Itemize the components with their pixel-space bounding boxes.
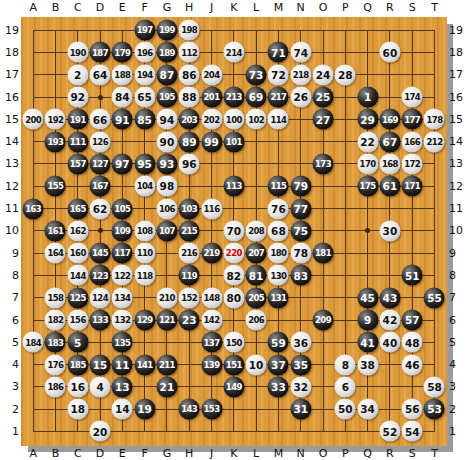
intersection-N14[interactable] (290, 130, 312, 152)
intersection-O10[interactable] (312, 220, 334, 242)
intersection-H12[interactable] (178, 175, 200, 197)
intersection-P7[interactable] (334, 287, 356, 309)
intersection-T15[interactable]: 178 (423, 108, 445, 130)
intersection-K6[interactable] (223, 309, 245, 331)
intersection-A2[interactable] (22, 398, 44, 420)
intersection-K3[interactable]: 149 (223, 376, 245, 398)
intersection-K18[interactable]: 214 (223, 41, 245, 63)
intersection-N2[interactable]: 31 (290, 398, 312, 420)
intersection-G6[interactable]: 121 (156, 309, 178, 331)
intersection-C2[interactable]: 18 (67, 398, 89, 420)
intersection-N1[interactable] (290, 420, 312, 442)
intersection-G18[interactable]: 189 (156, 41, 178, 63)
intersection-R10[interactable]: 30 (379, 220, 401, 242)
intersection-D19[interactable] (89, 19, 111, 41)
intersection-J13[interactable] (200, 153, 222, 175)
intersection-Q17[interactable] (356, 64, 378, 86)
intersection-A5[interactable]: 184 (22, 331, 44, 353)
intersection-J1[interactable] (200, 420, 222, 442)
intersection-D16[interactable] (89, 86, 111, 108)
intersection-A14[interactable] (22, 130, 44, 152)
intersection-M19[interactable] (267, 19, 289, 41)
intersection-H19[interactable]: 198 (178, 19, 200, 41)
intersection-N11[interactable]: 77 (290, 197, 312, 219)
intersection-M12[interactable]: 115 (267, 175, 289, 197)
intersection-B19[interactable] (44, 19, 66, 41)
intersection-O4[interactable] (312, 353, 334, 375)
intersection-Q3[interactable] (356, 376, 378, 398)
intersection-P16[interactable] (334, 86, 356, 108)
intersection-A12[interactable] (22, 175, 44, 197)
intersection-B11[interactable] (44, 197, 66, 219)
intersection-F18[interactable]: 196 (133, 41, 155, 63)
intersection-B6[interactable]: 182 (44, 309, 66, 331)
intersection-J9[interactable]: 219 (200, 242, 222, 264)
intersection-P15[interactable] (334, 108, 356, 130)
intersection-K15[interactable]: 100 (223, 108, 245, 130)
intersection-Q19[interactable] (356, 19, 378, 41)
intersection-S11[interactable] (401, 197, 423, 219)
intersection-S9[interactable] (401, 242, 423, 264)
intersection-J4[interactable]: 139 (200, 353, 222, 375)
intersection-N8[interactable]: 83 (290, 264, 312, 286)
intersection-M8[interactable]: 130 (267, 264, 289, 286)
intersection-M9[interactable]: 180 (267, 242, 289, 264)
intersection-T19[interactable] (423, 19, 445, 41)
intersection-C13[interactable]: 157 (67, 153, 89, 175)
intersection-T9[interactable] (423, 242, 445, 264)
intersection-J10[interactable] (200, 220, 222, 242)
intersection-P8[interactable] (334, 264, 356, 286)
intersection-H15[interactable]: 203 (178, 108, 200, 130)
intersection-O1[interactable] (312, 420, 334, 442)
intersection-T8[interactable] (423, 264, 445, 286)
intersection-R1[interactable]: 52 (379, 420, 401, 442)
intersection-M4[interactable]: 37 (267, 353, 289, 375)
intersection-Q8[interactable] (356, 264, 378, 286)
intersection-G12[interactable]: 98 (156, 175, 178, 197)
intersection-P9[interactable] (334, 242, 356, 264)
intersection-T13[interactable] (423, 153, 445, 175)
intersection-C19[interactable] (67, 19, 89, 41)
intersection-N12[interactable]: 79 (290, 175, 312, 197)
intersection-N3[interactable]: 32 (290, 376, 312, 398)
intersection-Q2[interactable]: 34 (356, 398, 378, 420)
intersection-O14[interactable] (312, 130, 334, 152)
intersection-J8[interactable] (200, 264, 222, 286)
intersection-R18[interactable]: 60 (379, 41, 401, 63)
intersection-S4[interactable]: 46 (401, 353, 423, 375)
intersection-S12[interactable]: 171 (401, 175, 423, 197)
intersection-E14[interactable] (111, 130, 133, 152)
intersection-F19[interactable]: 197 (133, 19, 155, 41)
intersection-S5[interactable]: 48 (401, 331, 423, 353)
intersection-C18[interactable]: 190 (67, 41, 89, 63)
intersection-G14[interactable]: 90 (156, 130, 178, 152)
intersection-P14[interactable] (334, 130, 356, 152)
intersection-G1[interactable] (156, 420, 178, 442)
intersection-R6[interactable]: 42 (379, 309, 401, 331)
intersection-A4[interactable] (22, 353, 44, 375)
intersection-J12[interactable] (200, 175, 222, 197)
intersection-G9[interactable] (156, 242, 178, 264)
intersection-Q15[interactable]: 29 (356, 108, 378, 130)
intersection-M5[interactable]: 59 (267, 331, 289, 353)
intersection-L7[interactable]: 205 (245, 287, 267, 309)
intersection-Q13[interactable]: 170 (356, 153, 378, 175)
intersection-E15[interactable]: 91 (111, 108, 133, 130)
intersection-J2[interactable]: 153 (200, 398, 222, 420)
intersection-H10[interactable]: 215 (178, 220, 200, 242)
intersection-A7[interactable] (22, 287, 44, 309)
intersection-T17[interactable] (423, 64, 445, 86)
intersection-A16[interactable] (22, 86, 44, 108)
intersection-K7[interactable]: 80 (223, 287, 245, 309)
intersection-O11[interactable] (312, 197, 334, 219)
intersection-T1[interactable] (423, 420, 445, 442)
intersection-E6[interactable]: 132 (111, 309, 133, 331)
intersection-N6[interactable] (290, 309, 312, 331)
intersection-K10[interactable]: 70 (223, 220, 245, 242)
intersection-K17[interactable] (223, 64, 245, 86)
intersection-Q12[interactable]: 175 (356, 175, 378, 197)
intersection-P10[interactable] (334, 220, 356, 242)
intersection-F8[interactable]: 118 (133, 264, 155, 286)
intersection-O16[interactable]: 25 (312, 86, 334, 108)
intersection-L17[interactable]: 73 (245, 64, 267, 86)
intersection-M14[interactable] (267, 130, 289, 152)
intersection-Q18[interactable] (356, 41, 378, 63)
intersection-M11[interactable]: 76 (267, 197, 289, 219)
intersection-J6[interactable]: 142 (200, 309, 222, 331)
intersection-Q16[interactable]: 1 (356, 86, 378, 108)
intersection-L19[interactable] (245, 19, 267, 41)
intersection-D17[interactable]: 64 (89, 64, 111, 86)
intersection-M7[interactable]: 131 (267, 287, 289, 309)
intersection-M2[interactable] (267, 398, 289, 420)
intersection-D9[interactable]: 145 (89, 242, 111, 264)
intersection-C15[interactable]: 191 (67, 108, 89, 130)
intersection-N17[interactable]: 218 (290, 64, 312, 86)
intersection-F13[interactable]: 95 (133, 153, 155, 175)
intersection-D13[interactable]: 127 (89, 153, 111, 175)
intersection-F2[interactable]: 19 (133, 398, 155, 420)
intersection-N19[interactable] (290, 19, 312, 41)
intersection-G11[interactable]: 106 (156, 197, 178, 219)
intersection-K16[interactable]: 213 (223, 86, 245, 108)
intersection-L6[interactable]: 206 (245, 309, 267, 331)
intersection-R17[interactable] (379, 64, 401, 86)
intersection-E3[interactable]: 13 (111, 376, 133, 398)
intersection-J16[interactable]: 201 (200, 86, 222, 108)
intersection-R3[interactable] (379, 376, 401, 398)
intersection-A1[interactable] (22, 420, 44, 442)
intersection-M1[interactable] (267, 420, 289, 442)
intersection-O2[interactable] (312, 398, 334, 420)
intersection-O5[interactable] (312, 331, 334, 353)
intersection-B17[interactable] (44, 64, 66, 86)
intersection-B16[interactable] (44, 86, 66, 108)
intersection-N15[interactable] (290, 108, 312, 130)
intersection-P1[interactable] (334, 420, 356, 442)
intersection-K5[interactable]: 150 (223, 331, 245, 353)
intersection-Q1[interactable] (356, 420, 378, 442)
intersection-F17[interactable]: 194 (133, 64, 155, 86)
intersection-F12[interactable]: 104 (133, 175, 155, 197)
intersection-F15[interactable]: 85 (133, 108, 155, 130)
intersection-D18[interactable]: 187 (89, 41, 111, 63)
intersection-B10[interactable]: 161 (44, 220, 66, 242)
intersection-M16[interactable]: 217 (267, 86, 289, 108)
intersection-E10[interactable]: 109 (111, 220, 133, 242)
intersection-A11[interactable]: 163 (22, 197, 44, 219)
intersection-D12[interactable]: 167 (89, 175, 111, 197)
intersection-K11[interactable] (223, 197, 245, 219)
intersection-E16[interactable]: 84 (111, 86, 133, 108)
intersection-R12[interactable]: 61 (379, 175, 401, 197)
intersection-F3[interactable] (133, 376, 155, 398)
intersection-G10[interactable]: 107 (156, 220, 178, 242)
intersection-G19[interactable]: 199 (156, 19, 178, 41)
intersection-G7[interactable]: 210 (156, 287, 178, 309)
intersection-F16[interactable]: 65 (133, 86, 155, 108)
intersection-T14[interactable]: 212 (423, 130, 445, 152)
intersection-T16[interactable] (423, 86, 445, 108)
intersection-K2[interactable] (223, 398, 245, 420)
intersection-H7[interactable]: 152 (178, 287, 200, 309)
intersection-N13[interactable] (290, 153, 312, 175)
intersection-C12[interactable] (67, 175, 89, 197)
intersection-C7[interactable]: 125 (67, 287, 89, 309)
intersection-B8[interactable] (44, 264, 66, 286)
intersection-H8[interactable]: 119 (178, 264, 200, 286)
intersection-S7[interactable] (401, 287, 423, 309)
intersection-R4[interactable] (379, 353, 401, 375)
intersection-H3[interactable] (178, 376, 200, 398)
intersection-J18[interactable] (200, 41, 222, 63)
intersection-B14[interactable]: 193 (44, 130, 66, 152)
intersection-H5[interactable] (178, 331, 200, 353)
intersection-M3[interactable]: 33 (267, 376, 289, 398)
intersection-A8[interactable] (22, 264, 44, 286)
intersection-D3[interactable]: 4 (89, 376, 111, 398)
intersection-R14[interactable]: 67 (379, 130, 401, 152)
intersection-A13[interactable] (22, 153, 44, 175)
intersection-P4[interactable]: 8 (334, 353, 356, 375)
intersection-G4[interactable]: 211 (156, 353, 178, 375)
intersection-T10[interactable] (423, 220, 445, 242)
intersection-P19[interactable] (334, 19, 356, 41)
intersection-S10[interactable] (401, 220, 423, 242)
intersection-C3[interactable]: 16 (67, 376, 89, 398)
intersection-F4[interactable]: 141 (133, 353, 155, 375)
intersection-M17[interactable]: 72 (267, 64, 289, 86)
intersection-N10[interactable]: 75 (290, 220, 312, 242)
intersection-D14[interactable]: 126 (89, 130, 111, 152)
intersection-G3[interactable]: 21 (156, 376, 178, 398)
intersection-P18[interactable] (334, 41, 356, 63)
intersection-B7[interactable]: 158 (44, 287, 66, 309)
intersection-T18[interactable] (423, 41, 445, 63)
intersection-S13[interactable]: 172 (401, 153, 423, 175)
intersection-F1[interactable] (133, 420, 155, 442)
intersection-S3[interactable] (401, 376, 423, 398)
intersection-B12[interactable]: 155 (44, 175, 66, 197)
intersection-M13[interactable] (267, 153, 289, 175)
intersection-M10[interactable]: 68 (267, 220, 289, 242)
intersection-F14[interactable] (133, 130, 155, 152)
intersection-G8[interactable] (156, 264, 178, 286)
intersection-N7[interactable] (290, 287, 312, 309)
intersection-P17[interactable]: 28 (334, 64, 356, 86)
intersection-B13[interactable] (44, 153, 66, 175)
intersection-J11[interactable]: 116 (200, 197, 222, 219)
intersection-H18[interactable]: 112 (178, 41, 200, 63)
intersection-R5[interactable]: 40 (379, 331, 401, 353)
intersection-P3[interactable]: 6 (334, 376, 356, 398)
intersection-A6[interactable] (22, 309, 44, 331)
intersection-L11[interactable] (245, 197, 267, 219)
intersection-R11[interactable] (379, 197, 401, 219)
intersection-T5[interactable] (423, 331, 445, 353)
intersection-L14[interactable] (245, 130, 267, 152)
intersection-G5[interactable] (156, 331, 178, 353)
intersection-N9[interactable]: 78 (290, 242, 312, 264)
intersection-J3[interactable] (200, 376, 222, 398)
intersection-G13[interactable]: 93 (156, 153, 178, 175)
intersection-S8[interactable]: 51 (401, 264, 423, 286)
intersection-J15[interactable]: 202 (200, 108, 222, 130)
intersection-T4[interactable] (423, 353, 445, 375)
intersection-Q6[interactable]: 9 (356, 309, 378, 331)
intersection-R2[interactable] (379, 398, 401, 420)
intersection-S16[interactable]: 174 (401, 86, 423, 108)
intersection-E12[interactable] (111, 175, 133, 197)
intersection-E1[interactable] (111, 420, 133, 442)
intersection-T12[interactable] (423, 175, 445, 197)
intersection-N16[interactable]: 26 (290, 86, 312, 108)
intersection-H11[interactable]: 103 (178, 197, 200, 219)
intersection-A19[interactable] (22, 19, 44, 41)
intersection-A18[interactable] (22, 41, 44, 63)
intersection-L16[interactable]: 69 (245, 86, 267, 108)
intersection-E17[interactable]: 188 (111, 64, 133, 86)
intersection-H1[interactable] (178, 420, 200, 442)
intersection-F11[interactable] (133, 197, 155, 219)
intersection-P11[interactable] (334, 197, 356, 219)
intersection-K14[interactable]: 101 (223, 130, 245, 152)
intersection-C1[interactable] (67, 420, 89, 442)
intersection-K8[interactable]: 82 (223, 264, 245, 286)
intersection-D6[interactable]: 133 (89, 309, 111, 331)
intersection-O9[interactable]: 181 (312, 242, 334, 264)
intersection-H17[interactable]: 86 (178, 64, 200, 86)
intersection-N4[interactable]: 35 (290, 353, 312, 375)
intersection-L1[interactable] (245, 420, 267, 442)
intersection-L4[interactable]: 10 (245, 353, 267, 375)
intersection-E5[interactable]: 135 (111, 331, 133, 353)
intersection-G16[interactable]: 195 (156, 86, 178, 108)
intersection-S2[interactable]: 56 (401, 398, 423, 420)
intersection-R15[interactable]: 169 (379, 108, 401, 130)
intersection-E19[interactable] (111, 19, 133, 41)
intersection-J7[interactable]: 148 (200, 287, 222, 309)
intersection-S15[interactable]: 177 (401, 108, 423, 130)
intersection-H14[interactable]: 89 (178, 130, 200, 152)
intersection-T6[interactable] (423, 309, 445, 331)
intersection-A17[interactable] (22, 64, 44, 86)
intersection-F10[interactable]: 108 (133, 220, 155, 242)
intersection-K4[interactable]: 151 (223, 353, 245, 375)
intersection-H9[interactable]: 216 (178, 242, 200, 264)
intersection-R19[interactable] (379, 19, 401, 41)
intersection-D1[interactable]: 20 (89, 420, 111, 442)
intersection-A10[interactable] (22, 220, 44, 242)
intersection-E8[interactable]: 122 (111, 264, 133, 286)
intersection-T7[interactable]: 55 (423, 287, 445, 309)
intersection-O17[interactable]: 24 (312, 64, 334, 86)
intersection-C8[interactable]: 144 (67, 264, 89, 286)
intersection-R7[interactable]: 43 (379, 287, 401, 309)
intersection-K19[interactable] (223, 19, 245, 41)
intersection-P2[interactable]: 50 (334, 398, 356, 420)
intersection-L9[interactable]: 207 (245, 242, 267, 264)
intersection-B2[interactable] (44, 398, 66, 420)
intersection-B4[interactable]: 176 (44, 353, 66, 375)
intersection-L15[interactable]: 102 (245, 108, 267, 130)
intersection-K12[interactable]: 113 (223, 175, 245, 197)
intersection-M6[interactable] (267, 309, 289, 331)
intersection-F5[interactable] (133, 331, 155, 353)
intersection-O15[interactable]: 27 (312, 108, 334, 130)
intersection-C6[interactable]: 156 (67, 309, 89, 331)
intersection-H6[interactable]: 23 (178, 309, 200, 331)
intersection-L13[interactable] (245, 153, 267, 175)
intersection-S19[interactable] (401, 19, 423, 41)
intersection-M15[interactable]: 114 (267, 108, 289, 130)
intersection-C14[interactable]: 111 (67, 130, 89, 152)
intersection-O6[interactable]: 209 (312, 309, 334, 331)
intersection-P5[interactable] (334, 331, 356, 353)
intersection-H4[interactable] (178, 353, 200, 375)
intersection-Q7[interactable]: 45 (356, 287, 378, 309)
intersection-D7[interactable]: 124 (89, 287, 111, 309)
intersection-H13[interactable]: 96 (178, 153, 200, 175)
intersection-L12[interactable] (245, 175, 267, 197)
intersection-D11[interactable]: 62 (89, 197, 111, 219)
intersection-A15[interactable]: 200 (22, 108, 44, 130)
intersection-F9[interactable]: 110 (133, 242, 155, 264)
intersection-G15[interactable]: 94 (156, 108, 178, 130)
intersection-E9[interactable]: 117 (111, 242, 133, 264)
intersection-D4[interactable]: 15 (89, 353, 111, 375)
intersection-C16[interactable]: 92 (67, 86, 89, 108)
intersection-O7[interactable] (312, 287, 334, 309)
intersection-Q5[interactable]: 41 (356, 331, 378, 353)
intersection-R16[interactable] (379, 86, 401, 108)
intersection-B15[interactable]: 192 (44, 108, 66, 130)
intersection-R13[interactable]: 168 (379, 153, 401, 175)
intersection-S14[interactable]: 166 (401, 130, 423, 152)
intersection-B3[interactable]: 186 (44, 376, 66, 398)
intersection-S17[interactable] (401, 64, 423, 86)
intersection-J5[interactable]: 137 (200, 331, 222, 353)
intersection-O3[interactable] (312, 376, 334, 398)
intersection-E11[interactable]: 105 (111, 197, 133, 219)
intersection-J19[interactable] (200, 19, 222, 41)
intersection-P13[interactable] (334, 153, 356, 175)
intersection-C4[interactable]: 185 (67, 353, 89, 375)
